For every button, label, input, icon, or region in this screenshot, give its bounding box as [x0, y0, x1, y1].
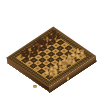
piece-black-pawn[interactable]: ♟ — [21, 54, 34, 62]
square-a1[interactable]: ♜ — [45, 74, 53, 80]
square-a7[interactable]: ♟ — [21, 58, 29, 64]
chess-box: ♜♞♝♛♚♝♞♜♟♟♟♟♟♟♟♟♟♟♟♟♟♟♟♟♜♞♝♛♚♝♞♜ — [16, 22, 86, 92]
chess-set-photo: ♜♞♝♛♚♝♞♜♟♟♟♟♟♟♟♟♟♟♟♟♟♟♟♟♜♞♝♛♚♝♞♜ — [0, 0, 107, 107]
board-top: ♜♞♝♛♚♝♞♜♟♟♟♟♟♟♟♟♟♟♟♟♟♟♟♟♜♞♝♛♚♝♞♜ — [6, 27, 96, 88]
box-latch-icon — [67, 76, 70, 80]
square-a5[interactable] — [29, 63, 37, 69]
piece-white-rook[interactable]: ♜ — [45, 70, 58, 79]
